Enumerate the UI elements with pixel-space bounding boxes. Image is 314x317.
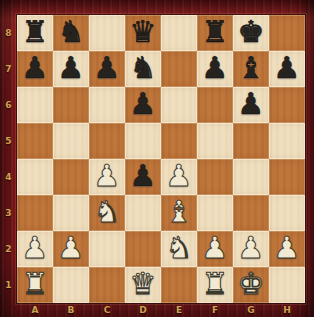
- square-e2[interactable]: ♞: [161, 231, 197, 267]
- square-e4[interactable]: ♟: [161, 159, 197, 195]
- square-g3[interactable]: [233, 195, 269, 231]
- file-label-b: B: [53, 303, 89, 317]
- black-knight-icon: ♞: [130, 53, 157, 83]
- square-c1[interactable]: [89, 267, 125, 303]
- white-pawn-icon: ♟: [238, 233, 265, 263]
- white-knight-icon: ♞: [94, 197, 121, 227]
- square-c8[interactable]: [89, 15, 125, 51]
- square-g7[interactable]: ♝: [233, 51, 269, 87]
- square-f5[interactable]: [197, 123, 233, 159]
- rank-label-6: 6: [0, 87, 17, 123]
- square-h5[interactable]: [269, 123, 305, 159]
- black-pawn-icon: ♟: [130, 161, 157, 191]
- white-bishop-icon: ♝: [166, 197, 193, 227]
- black-queen-icon: ♛: [130, 17, 157, 47]
- black-pawn-icon: ♟: [238, 89, 265, 119]
- square-f2[interactable]: ♟: [197, 231, 233, 267]
- square-b7[interactable]: ♟: [53, 51, 89, 87]
- square-e8[interactable]: [161, 15, 197, 51]
- square-a7[interactable]: ♟: [17, 51, 53, 87]
- square-h7[interactable]: ♟: [269, 51, 305, 87]
- square-e6[interactable]: [161, 87, 197, 123]
- file-label-f: F: [197, 303, 233, 317]
- white-knight-icon: ♞: [166, 233, 193, 263]
- rank-label-7: 7: [0, 51, 17, 87]
- square-c6[interactable]: [89, 87, 125, 123]
- square-e3[interactable]: ♝: [161, 195, 197, 231]
- square-a1[interactable]: ♜: [17, 267, 53, 303]
- white-rook-icon: ♜: [202, 269, 229, 299]
- white-pawn-icon: ♟: [94, 161, 121, 191]
- square-h2[interactable]: ♟: [269, 231, 305, 267]
- square-g8[interactable]: ♚: [233, 15, 269, 51]
- white-rook-icon: ♜: [22, 269, 49, 299]
- square-d7[interactable]: ♞: [125, 51, 161, 87]
- black-rook-icon: ♜: [22, 17, 49, 47]
- chess-board: ♜♞♛♜♚♟♟♟♞♟♝♟♟♟♟♟♟♞♝♟♟♞♟♟♟♜♛♜♚: [17, 15, 305, 303]
- white-pawn-icon: ♟: [166, 161, 193, 191]
- square-b3[interactable]: [53, 195, 89, 231]
- square-a8[interactable]: ♜: [17, 15, 53, 51]
- black-king-icon: ♚: [238, 17, 265, 47]
- square-g5[interactable]: [233, 123, 269, 159]
- rank-label-8: 8: [0, 15, 17, 51]
- square-g2[interactable]: ♟: [233, 231, 269, 267]
- black-pawn-icon: ♟: [202, 53, 229, 83]
- file-label-e: E: [161, 303, 197, 317]
- square-b4[interactable]: [53, 159, 89, 195]
- square-d1[interactable]: ♛: [125, 267, 161, 303]
- file-label-h: H: [269, 303, 305, 317]
- square-g6[interactable]: ♟: [233, 87, 269, 123]
- square-f3[interactable]: [197, 195, 233, 231]
- square-h8[interactable]: [269, 15, 305, 51]
- file-label-d: D: [125, 303, 161, 317]
- square-g4[interactable]: [233, 159, 269, 195]
- chess-app-window: ♜♞♛♜♚♟♟♟♞♟♝♟♟♟♟♟♟♞♝♟♟♞♟♟♟♜♛♜♚ 87654321AB…: [0, 0, 314, 317]
- square-c3[interactable]: ♞: [89, 195, 125, 231]
- square-d8[interactable]: ♛: [125, 15, 161, 51]
- black-rook-icon: ♜: [202, 17, 229, 47]
- rank-label-2: 2: [0, 231, 17, 267]
- file-label-c: C: [89, 303, 125, 317]
- square-a4[interactable]: [17, 159, 53, 195]
- file-label-g: G: [233, 303, 269, 317]
- square-d4[interactable]: ♟: [125, 159, 161, 195]
- square-b5[interactable]: [53, 123, 89, 159]
- white-queen-icon: ♛: [130, 269, 157, 299]
- square-d2[interactable]: [125, 231, 161, 267]
- black-pawn-icon: ♟: [58, 53, 85, 83]
- square-h3[interactable]: [269, 195, 305, 231]
- rank-label-5: 5: [0, 123, 17, 159]
- square-c2[interactable]: [89, 231, 125, 267]
- square-f1[interactable]: ♜: [197, 267, 233, 303]
- rank-label-3: 3: [0, 195, 17, 231]
- square-e7[interactable]: [161, 51, 197, 87]
- square-d3[interactable]: [125, 195, 161, 231]
- black-pawn-icon: ♟: [22, 53, 49, 83]
- white-pawn-icon: ♟: [274, 233, 301, 263]
- square-f7[interactable]: ♟: [197, 51, 233, 87]
- white-pawn-icon: ♟: [202, 233, 229, 263]
- square-h6[interactable]: [269, 87, 305, 123]
- square-b1[interactable]: [53, 267, 89, 303]
- square-e5[interactable]: [161, 123, 197, 159]
- square-b8[interactable]: ♞: [53, 15, 89, 51]
- black-knight-icon: ♞: [58, 17, 85, 47]
- square-f4[interactable]: [197, 159, 233, 195]
- black-pawn-icon: ♟: [94, 53, 121, 83]
- square-c4[interactable]: ♟: [89, 159, 125, 195]
- square-f8[interactable]: ♜: [197, 15, 233, 51]
- white-pawn-icon: ♟: [58, 233, 85, 263]
- white-king-icon: ♚: [238, 269, 265, 299]
- square-b2[interactable]: ♟: [53, 231, 89, 267]
- square-c5[interactable]: [89, 123, 125, 159]
- square-e1[interactable]: [161, 267, 197, 303]
- square-h1[interactable]: [269, 267, 305, 303]
- square-d5[interactable]: [125, 123, 161, 159]
- square-a3[interactable]: [17, 195, 53, 231]
- square-f6[interactable]: [197, 87, 233, 123]
- black-pawn-icon: ♟: [130, 89, 157, 119]
- rank-label-1: 1: [0, 267, 17, 303]
- square-g1[interactable]: ♚: [233, 267, 269, 303]
- file-label-a: A: [17, 303, 53, 317]
- square-a2[interactable]: ♟: [17, 231, 53, 267]
- square-c7[interactable]: ♟: [89, 51, 125, 87]
- black-pawn-icon: ♟: [274, 53, 301, 83]
- black-bishop-icon: ♝: [238, 53, 265, 83]
- square-a6[interactable]: [17, 87, 53, 123]
- rank-label-4: 4: [0, 159, 17, 195]
- square-a5[interactable]: [17, 123, 53, 159]
- square-h4[interactable]: [269, 159, 305, 195]
- white-pawn-icon: ♟: [22, 233, 49, 263]
- square-b6[interactable]: [53, 87, 89, 123]
- square-d6[interactable]: ♟: [125, 87, 161, 123]
